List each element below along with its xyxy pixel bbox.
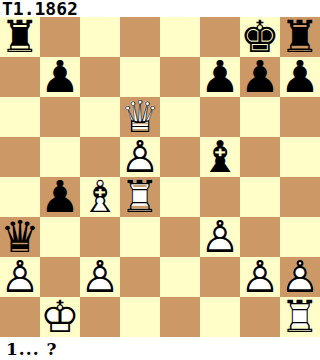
square-d4[interactable]: ♜♖ [120, 177, 160, 217]
white-piece-outline: ♔ [40, 297, 80, 337]
square-g6[interactable] [240, 97, 280, 137]
square-d1[interactable] [120, 297, 160, 337]
square-e7[interactable] [160, 57, 200, 97]
square-c1[interactable] [80, 297, 120, 337]
piece-black-bishop[interactable]: ♝ [200, 137, 240, 177]
piece-white-pawn[interactable]: ♟♙ [80, 257, 120, 297]
square-c8[interactable] [80, 17, 120, 57]
square-g7[interactable]: ♟ [240, 57, 280, 97]
square-d2[interactable] [120, 257, 160, 297]
piece-white-pawn[interactable]: ♟♙ [240, 257, 280, 297]
white-piece-outline: ♙ [240, 257, 280, 297]
square-c4[interactable]: ♝♗ [80, 177, 120, 217]
square-f7[interactable]: ♟ [200, 57, 240, 97]
piece-white-king[interactable]: ♚♔ [40, 297, 80, 337]
square-g1[interactable] [240, 297, 280, 337]
piece-white-bishop[interactable]: ♝♗ [80, 177, 120, 217]
square-a6[interactable] [0, 97, 40, 137]
piece-black-pawn[interactable]: ♟ [280, 57, 320, 97]
piece-black-rook[interactable]: ♜ [0, 17, 40, 57]
square-e8[interactable] [160, 17, 200, 57]
square-h1[interactable]: ♜♖ [280, 297, 320, 337]
square-f2[interactable] [200, 257, 240, 297]
square-a2[interactable]: ♟♙ [0, 257, 40, 297]
white-piece-outline: ♙ [80, 257, 120, 297]
piece-black-pawn[interactable]: ♟ [40, 57, 80, 97]
square-h4[interactable] [280, 177, 320, 217]
square-c2[interactable]: ♟♙ [80, 257, 120, 297]
chess-board: ♜♚♜♟♟♟♟♛♕♟♙♝♟♝♗♜♖♛♟♙♟♙♟♙♟♙♟♙♚♔♜♖ [0, 17, 320, 337]
piece-white-pawn[interactable]: ♟♙ [0, 257, 40, 297]
white-piece-outline: ♖ [280, 297, 320, 337]
square-e2[interactable] [160, 257, 200, 297]
square-b4[interactable]: ♟ [40, 177, 80, 217]
piece-black-pawn[interactable]: ♟ [200, 57, 240, 97]
piece-white-rook[interactable]: ♜♖ [120, 177, 160, 217]
piece-white-rook[interactable]: ♜♖ [280, 297, 320, 337]
square-c6[interactable] [80, 97, 120, 137]
white-piece-outline: ♖ [120, 177, 160, 217]
square-e1[interactable] [160, 297, 200, 337]
square-h5[interactable] [280, 137, 320, 177]
square-d8[interactable] [120, 17, 160, 57]
square-h6[interactable] [280, 97, 320, 137]
square-b3[interactable] [40, 217, 80, 257]
white-piece-outline: ♙ [200, 217, 240, 257]
square-a8[interactable]: ♜ [0, 17, 40, 57]
square-e3[interactable] [160, 217, 200, 257]
square-g4[interactable] [240, 177, 280, 217]
square-g5[interactable] [240, 137, 280, 177]
square-a7[interactable] [0, 57, 40, 97]
square-b6[interactable] [40, 97, 80, 137]
square-f3[interactable]: ♟♙ [200, 217, 240, 257]
piece-black-pawn[interactable]: ♟ [40, 177, 80, 217]
piece-black-pawn[interactable]: ♟ [240, 57, 280, 97]
square-d3[interactable] [120, 217, 160, 257]
square-e6[interactable] [160, 97, 200, 137]
square-b1[interactable]: ♚♔ [40, 297, 80, 337]
square-f5[interactable]: ♝ [200, 137, 240, 177]
square-h7[interactable]: ♟ [280, 57, 320, 97]
square-f1[interactable] [200, 297, 240, 337]
square-e4[interactable] [160, 177, 200, 217]
square-e5[interactable] [160, 137, 200, 177]
chess-puzzle-window: T1.1862 ♜♚♜♟♟♟♟♛♕♟♙♝♟♝♗♜♖♛♟♙♟♙♟♙♟♙♟♙♚♔♜♖… [0, 0, 320, 360]
square-g2[interactable]: ♟♙ [240, 257, 280, 297]
square-c7[interactable] [80, 57, 120, 97]
white-piece-outline: ♗ [80, 177, 120, 217]
square-a5[interactable] [0, 137, 40, 177]
square-b7[interactable]: ♟ [40, 57, 80, 97]
white-piece-outline: ♙ [0, 257, 40, 297]
piece-white-pawn[interactable]: ♟♙ [200, 217, 240, 257]
square-a1[interactable] [0, 297, 40, 337]
